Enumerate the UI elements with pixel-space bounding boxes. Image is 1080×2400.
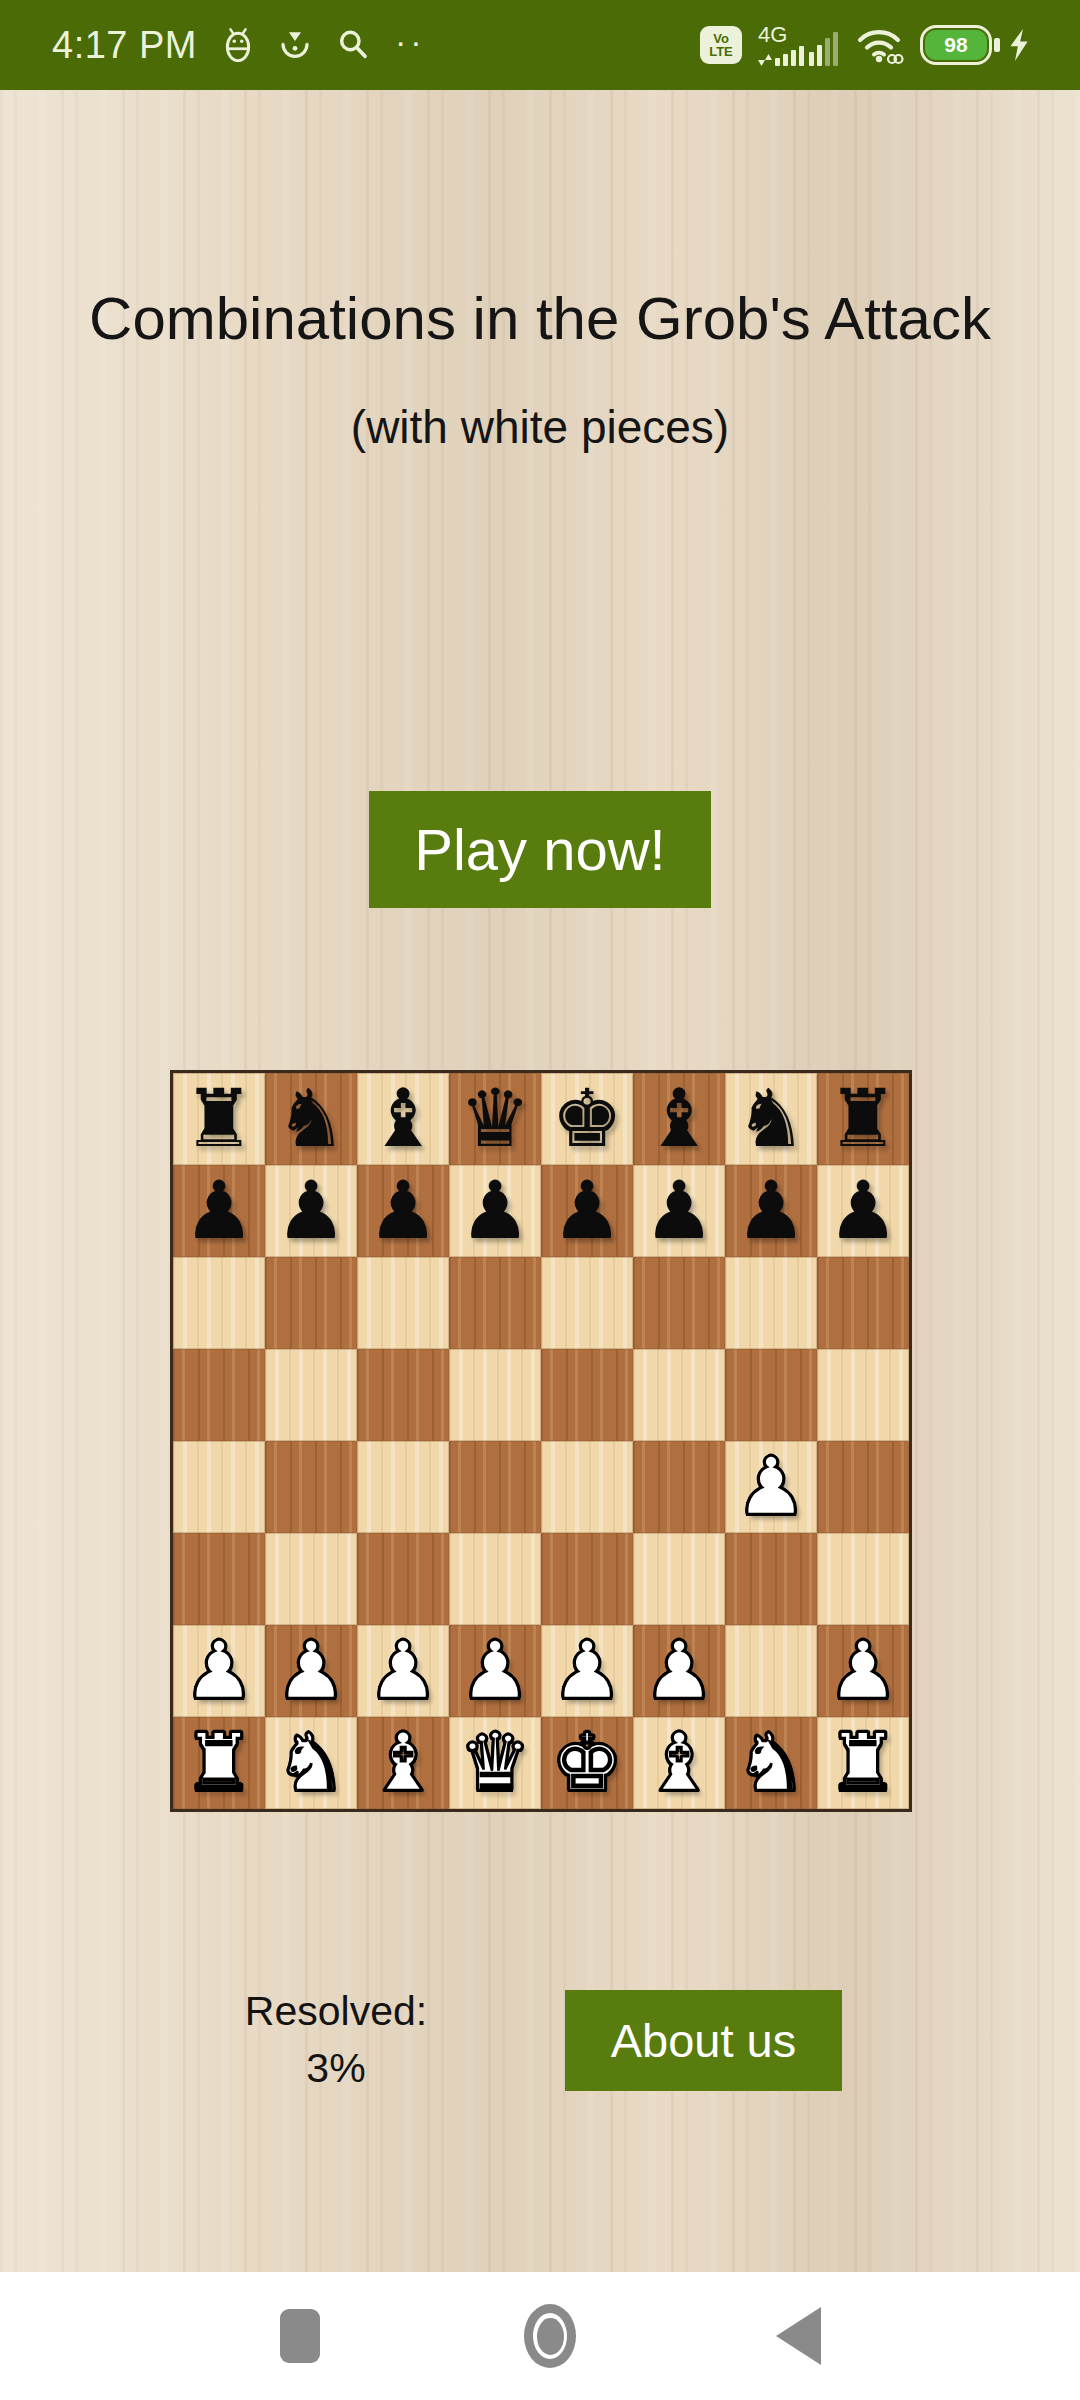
black-pawn-d7: ♟: [459, 1171, 531, 1251]
white-pawn-h2: ♟: [827, 1631, 899, 1711]
black-pawn-g7: ♟: [735, 1171, 807, 1251]
clock-text: 4:17 PM: [52, 24, 197, 67]
black-pawn-h7: ♟: [827, 1171, 899, 1251]
white-pawn-d2: ♟: [459, 1631, 531, 1711]
white-king-e1: ♚: [551, 1723, 623, 1803]
square-g7: ♟: [725, 1165, 817, 1257]
white-rook-a1: ♜: [183, 1723, 255, 1803]
charging-bolt-icon: [1008, 29, 1030, 61]
cast-smile-icon: [279, 31, 311, 59]
square-g4: ♟: [725, 1441, 817, 1533]
android-icon: [223, 28, 253, 62]
square-e6: [541, 1257, 633, 1349]
white-bishop-f1: ♝: [643, 1723, 715, 1803]
square-d8: ♛: [449, 1073, 541, 1165]
square-f5: [633, 1349, 725, 1441]
sim1-signal: 4G: [758, 24, 804, 66]
app-screen: 4:17 PM ·· Vo LTE: [0, 0, 1080, 2400]
square-f3: [633, 1533, 725, 1625]
square-d7: ♟: [449, 1165, 541, 1257]
white-knight-g1: ♞: [735, 1723, 807, 1803]
square-e3: [541, 1533, 633, 1625]
data-arrows-icon: [758, 54, 772, 66]
sim1-bars: [758, 46, 804, 66]
play-now-button[interactable]: Play now!: [369, 791, 711, 908]
resolved-stats: Resolved: 3%: [186, 1983, 486, 2097]
square-e8: ♚: [541, 1073, 633, 1165]
square-b7: ♟: [265, 1165, 357, 1257]
chess-board: ♜♞♝♛♚♝♞♜♟♟♟♟♟♟♟♟♟♟♟♟♟♟♟♟♜♞♝♛♚♝♞♜: [170, 1070, 912, 1812]
status-bar: 4:17 PM ·· Vo LTE: [0, 0, 1080, 90]
square-d3: [449, 1533, 541, 1625]
square-h2: ♟: [817, 1625, 909, 1717]
square-g3: [725, 1533, 817, 1625]
black-pawn-f7: ♟: [643, 1171, 715, 1251]
square-b6: [265, 1257, 357, 1349]
square-f2: ♟: [633, 1625, 725, 1717]
square-c5: [357, 1349, 449, 1441]
square-c1: ♝: [357, 1717, 449, 1809]
square-e2: ♟: [541, 1625, 633, 1717]
network-type-label: 4G: [758, 24, 787, 46]
status-bar-right: Vo LTE 4G: [700, 24, 1030, 66]
resolved-value: 3%: [186, 2040, 486, 2097]
square-a7: ♟: [173, 1165, 265, 1257]
black-king-e8: ♚: [551, 1079, 623, 1159]
home-circle-icon: [524, 2304, 576, 2368]
black-pawn-e7: ♟: [551, 1171, 623, 1251]
battery-nub: [994, 38, 1000, 52]
black-bishop-f8: ♝: [643, 1079, 715, 1159]
black-rook-h8: ♜: [827, 1079, 899, 1159]
black-knight-g8: ♞: [735, 1079, 807, 1159]
white-pawn-g4: ♟: [735, 1447, 807, 1527]
square-d4: [449, 1441, 541, 1533]
black-pawn-a7: ♟: [183, 1171, 255, 1251]
square-h4: [817, 1441, 909, 1533]
square-g2: [725, 1625, 817, 1717]
square-g1: ♞: [725, 1717, 817, 1809]
square-a5: [173, 1349, 265, 1441]
square-f8: ♝: [633, 1073, 725, 1165]
square-d2: ♟: [449, 1625, 541, 1717]
signal-bars-icon: 4G: [758, 24, 838, 66]
square-f4: [633, 1441, 725, 1533]
white-pawn-b2: ♟: [275, 1631, 347, 1711]
volte-line2: LTE: [709, 45, 733, 58]
square-f1: ♝: [633, 1717, 725, 1809]
square-d6: [449, 1257, 541, 1349]
recents-button[interactable]: [270, 2272, 330, 2400]
page-subtitle: (with white pieces): [0, 400, 1080, 454]
square-b3: [265, 1533, 357, 1625]
more-notifications-dots: ··: [395, 22, 426, 61]
square-e4: [541, 1441, 633, 1533]
square-c4: [357, 1441, 449, 1533]
page-title: Combinations in the Grob's Attack: [0, 284, 1080, 353]
square-e1: ♚: [541, 1717, 633, 1809]
back-triangle-icon: [776, 2307, 821, 2365]
volte-badge: Vo LTE: [700, 26, 742, 64]
white-pawn-c2: ♟: [367, 1631, 439, 1711]
square-b5: [265, 1349, 357, 1441]
black-rook-a8: ♜: [183, 1079, 255, 1159]
square-f7: ♟: [633, 1165, 725, 1257]
navigation-bar: [0, 2272, 1080, 2400]
white-pawn-e2: ♟: [551, 1631, 623, 1711]
square-c8: ♝: [357, 1073, 449, 1165]
square-d5: [449, 1349, 541, 1441]
resolved-label: Resolved:: [186, 1983, 486, 2040]
square-h8: ♜: [817, 1073, 909, 1165]
square-h7: ♟: [817, 1165, 909, 1257]
black-queen-d8: ♛: [459, 1079, 531, 1159]
square-d1: ♛: [449, 1717, 541, 1809]
white-bishop-c1: ♝: [367, 1723, 439, 1803]
square-b4: [265, 1441, 357, 1533]
square-g6: [725, 1257, 817, 1349]
square-a1: ♜: [173, 1717, 265, 1809]
black-knight-b8: ♞: [275, 1079, 347, 1159]
square-g5: [725, 1349, 817, 1441]
square-h6: [817, 1257, 909, 1349]
square-c2: ♟: [357, 1625, 449, 1717]
square-g8: ♞: [725, 1073, 817, 1165]
square-h5: [817, 1349, 909, 1441]
square-b8: ♞: [265, 1073, 357, 1165]
square-a3: [173, 1533, 265, 1625]
square-b1: ♞: [265, 1717, 357, 1809]
recents-square-icon: [280, 2309, 320, 2363]
wifi-icon: [854, 25, 904, 65]
square-f6: [633, 1257, 725, 1349]
sim2-bars: [809, 32, 838, 66]
square-c3: [357, 1533, 449, 1625]
black-pawn-c7: ♟: [367, 1171, 439, 1251]
home-button[interactable]: [518, 2272, 582, 2400]
white-pawn-f2: ♟: [643, 1631, 715, 1711]
battery-percent-text: 98: [944, 33, 967, 57]
search-icon: [337, 29, 369, 61]
status-bar-left: 4:17 PM ··: [52, 24, 426, 67]
back-button[interactable]: [766, 2272, 830, 2400]
about-us-button[interactable]: About us: [565, 1990, 842, 2091]
black-bishop-c8: ♝: [367, 1079, 439, 1159]
battery-icon: 98: [920, 25, 992, 65]
white-queen-d1: ♛: [459, 1723, 531, 1803]
square-c7: ♟: [357, 1165, 449, 1257]
square-h1: ♜: [817, 1717, 909, 1809]
square-a8: ♜: [173, 1073, 265, 1165]
battery-fill: 98: [925, 30, 987, 60]
square-h3: [817, 1533, 909, 1625]
square-a2: ♟: [173, 1625, 265, 1717]
white-pawn-a2: ♟: [183, 1631, 255, 1711]
square-e7: ♟: [541, 1165, 633, 1257]
square-a6: [173, 1257, 265, 1349]
white-knight-b1: ♞: [275, 1723, 347, 1803]
white-rook-h1: ♜: [827, 1723, 899, 1803]
square-a4: [173, 1441, 265, 1533]
square-e5: [541, 1349, 633, 1441]
black-pawn-b7: ♟: [275, 1171, 347, 1251]
square-c6: [357, 1257, 449, 1349]
square-b2: ♟: [265, 1625, 357, 1717]
